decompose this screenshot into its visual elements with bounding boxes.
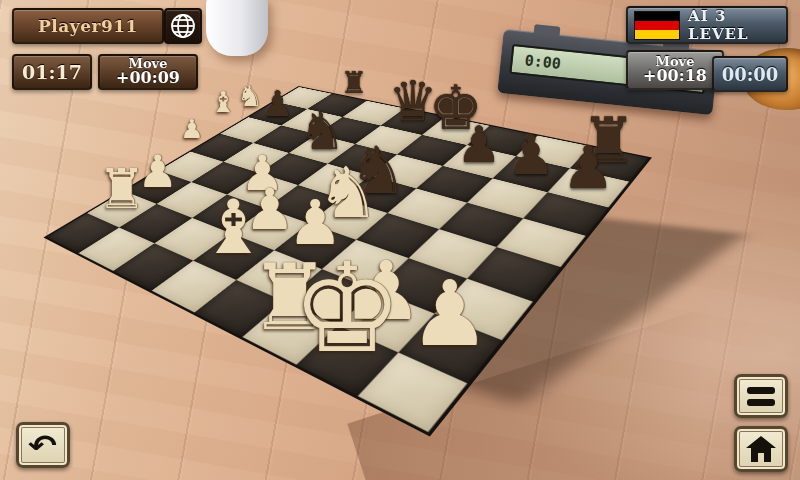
white-move-time-box: Move +00:09 (98, 54, 198, 90)
ai-level-box: AI 3 LEVEL (626, 6, 788, 44)
white-rook-a2[interactable]: ♜ (97, 163, 146, 218)
globe-icon (169, 12, 197, 40)
captured-white-knight: ♞ (237, 82, 263, 111)
white-time-value: 01:17 (22, 61, 82, 83)
black-move-time-box: Move +00:18 (626, 50, 724, 90)
black-time-value: 00:00 (722, 64, 779, 85)
undo-button[interactable]: ↶ (16, 422, 70, 468)
white-timer: 01:17 (12, 54, 92, 90)
globe-button[interactable] (164, 8, 202, 44)
white-king-g1[interactable]: ♚ (292, 248, 403, 372)
white-move-time: +00:09 (116, 70, 180, 87)
black-move-time: +00:18 (643, 68, 707, 85)
home-button[interactable] (734, 426, 788, 472)
black-pawn-a7[interactable]: ♟ (262, 85, 294, 120)
black-pawn-f7[interactable]: ♟ (457, 120, 502, 170)
white-pawn-h2[interactable]: ♟ (409, 269, 490, 359)
black-pawn-h7[interactable]: ♟ (562, 138, 615, 197)
game-screen: 0:00 0:00 ♟♝♞♜ ♟♛♚♞♟♜♟♟♟♟♞♜♞♟♟♝♟♜♟♚ Play… (0, 0, 800, 480)
undo-icon: ↶ (29, 428, 58, 463)
captured-white-bishop: ♝ (210, 88, 236, 117)
captured-black-rook: ♜ (341, 68, 368, 98)
coffee-mug (206, 0, 268, 56)
germany-flag-icon (634, 11, 680, 40)
black-timer: 00:00 (712, 56, 788, 92)
menu-icon (747, 387, 775, 394)
player-name: Player911 (38, 16, 138, 36)
player-name-box: Player911 (12, 8, 164, 44)
black-pawn-g7[interactable]: ♟ (507, 129, 556, 183)
home-icon (745, 434, 777, 464)
clock-lcd-left: 0:00 (524, 51, 562, 73)
menu-button[interactable] (734, 374, 788, 418)
black-knight-c6[interactable]: ♞ (298, 104, 345, 156)
captured-white-pawn: ♟ (180, 116, 203, 142)
ai-level-label: AI 3 LEVEL (688, 7, 786, 43)
